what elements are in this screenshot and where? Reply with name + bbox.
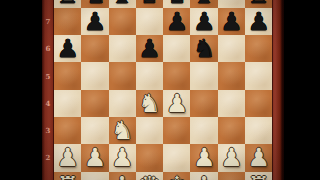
white-pawn: ♟ bbox=[248, 144, 270, 171]
black-knight: ♞ bbox=[84, 0, 106, 8]
black-pawn: ♟ bbox=[56, 35, 78, 62]
black-rook: ♜ bbox=[56, 0, 78, 8]
square-f4[interactable] bbox=[190, 90, 217, 117]
square-d7[interactable] bbox=[136, 8, 163, 35]
square-c7[interactable] bbox=[109, 8, 136, 35]
square-d8[interactable]: ♛ bbox=[136, 0, 163, 8]
square-g5[interactable] bbox=[218, 62, 245, 89]
white-queen: ♛ bbox=[138, 172, 160, 180]
square-f3[interactable] bbox=[190, 117, 217, 144]
square-g4[interactable] bbox=[218, 90, 245, 117]
square-d4[interactable]: ♞ bbox=[136, 90, 163, 117]
square-e6[interactable] bbox=[163, 35, 190, 62]
white-bishop: ♝ bbox=[193, 172, 215, 180]
white-knight: ♞ bbox=[111, 117, 133, 144]
white-pawn: ♟ bbox=[111, 144, 133, 171]
square-g7[interactable]: ♟ bbox=[218, 8, 245, 35]
square-a1[interactable]: ♜ bbox=[54, 172, 81, 180]
square-b6[interactable] bbox=[81, 35, 108, 62]
square-e8[interactable]: ♚ bbox=[163, 0, 190, 8]
square-a2[interactable]: ♟ bbox=[54, 144, 81, 171]
square-c8[interactable]: ♝ bbox=[109, 0, 136, 8]
square-b3[interactable] bbox=[81, 117, 108, 144]
square-f5[interactable] bbox=[190, 62, 217, 89]
square-f8[interactable]: ♝ bbox=[190, 0, 217, 8]
black-knight: ♞ bbox=[193, 35, 215, 62]
video-frame: ♜♞♝♛♚♝♜♟♟♟♟♟♟♟♞♞♟♞♟♟♟♟♟♟♜♝♛♚♝♜ 87654321 bbox=[0, 0, 320, 180]
square-d6[interactable]: ♟ bbox=[136, 35, 163, 62]
white-knight: ♞ bbox=[138, 90, 160, 117]
square-d3[interactable] bbox=[136, 117, 163, 144]
square-b5[interactable] bbox=[81, 62, 108, 89]
square-d1[interactable]: ♛ bbox=[136, 172, 163, 180]
black-bishop: ♝ bbox=[111, 0, 133, 8]
square-g6[interactable] bbox=[218, 35, 245, 62]
square-a5[interactable] bbox=[54, 62, 81, 89]
square-f6[interactable]: ♞ bbox=[190, 35, 217, 62]
square-a3[interactable] bbox=[54, 117, 81, 144]
square-d5[interactable] bbox=[136, 62, 163, 89]
square-h8[interactable]: ♜ bbox=[245, 0, 272, 8]
chess-board: ♜♞♝♛♚♝♜♟♟♟♟♟♟♟♞♞♟♞♟♟♟♟♟♟♜♝♛♚♝♜ bbox=[54, 0, 272, 180]
square-h5[interactable] bbox=[245, 62, 272, 89]
white-pawn: ♟ bbox=[84, 144, 106, 171]
square-e2[interactable] bbox=[163, 144, 190, 171]
square-c6[interactable] bbox=[109, 35, 136, 62]
square-a6[interactable]: ♟ bbox=[54, 35, 81, 62]
square-e4[interactable]: ♟ bbox=[163, 90, 190, 117]
square-b7[interactable]: ♟ bbox=[81, 8, 108, 35]
square-h4[interactable] bbox=[245, 90, 272, 117]
square-b1[interactable] bbox=[81, 172, 108, 180]
square-a4[interactable] bbox=[54, 90, 81, 117]
square-d2[interactable] bbox=[136, 144, 163, 171]
square-b2[interactable]: ♟ bbox=[81, 144, 108, 171]
white-pawn: ♟ bbox=[166, 90, 188, 117]
black-pawn: ♟ bbox=[84, 8, 106, 35]
square-f2[interactable]: ♟ bbox=[190, 144, 217, 171]
black-queen: ♛ bbox=[138, 0, 160, 8]
square-e5[interactable] bbox=[163, 62, 190, 89]
square-h1[interactable]: ♜ bbox=[245, 172, 272, 180]
square-f7[interactable]: ♟ bbox=[190, 8, 217, 35]
rank-label-5: 5 bbox=[43, 72, 53, 81]
square-f1[interactable]: ♝ bbox=[190, 172, 217, 180]
rank-label-3: 3 bbox=[43, 126, 53, 135]
square-a7[interactable] bbox=[54, 8, 81, 35]
square-c1[interactable]: ♝ bbox=[109, 172, 136, 180]
rank-label-7: 7 bbox=[43, 17, 53, 26]
square-g1[interactable] bbox=[218, 172, 245, 180]
square-h3[interactable] bbox=[245, 117, 272, 144]
square-e7[interactable]: ♟ bbox=[163, 8, 190, 35]
black-bishop: ♝ bbox=[193, 0, 215, 8]
square-b8[interactable]: ♞ bbox=[81, 0, 108, 8]
rank-label-6: 6 bbox=[43, 44, 53, 53]
black-king: ♚ bbox=[166, 0, 188, 8]
black-rook: ♜ bbox=[248, 0, 270, 8]
white-pawn: ♟ bbox=[220, 144, 242, 171]
square-c3[interactable]: ♞ bbox=[109, 117, 136, 144]
black-pawn: ♟ bbox=[138, 35, 160, 62]
white-pawn: ♟ bbox=[56, 144, 78, 171]
rank-label-2: 2 bbox=[43, 153, 53, 162]
square-h7[interactable]: ♟ bbox=[245, 8, 272, 35]
square-e3[interactable] bbox=[163, 117, 190, 144]
black-pawn: ♟ bbox=[193, 8, 215, 35]
square-h2[interactable]: ♟ bbox=[245, 144, 272, 171]
square-g3[interactable] bbox=[218, 117, 245, 144]
square-c4[interactable] bbox=[109, 90, 136, 117]
white-rook: ♜ bbox=[56, 172, 78, 180]
black-pawn: ♟ bbox=[248, 8, 270, 35]
rank-label-4: 4 bbox=[43, 99, 53, 108]
black-pawn: ♟ bbox=[166, 8, 188, 35]
square-c2[interactable]: ♟ bbox=[109, 144, 136, 171]
white-bishop: ♝ bbox=[111, 172, 133, 180]
white-rook: ♜ bbox=[248, 172, 270, 180]
square-e1[interactable]: ♚ bbox=[163, 172, 190, 180]
white-king: ♚ bbox=[166, 172, 188, 180]
square-a8[interactable]: ♜ bbox=[54, 0, 81, 8]
square-h6[interactable] bbox=[245, 35, 272, 62]
square-g2[interactable]: ♟ bbox=[218, 144, 245, 171]
square-g8[interactable] bbox=[218, 0, 245, 8]
black-pawn: ♟ bbox=[220, 8, 242, 35]
white-pawn: ♟ bbox=[193, 144, 215, 171]
square-c5[interactable] bbox=[109, 62, 136, 89]
square-b4[interactable] bbox=[81, 90, 108, 117]
